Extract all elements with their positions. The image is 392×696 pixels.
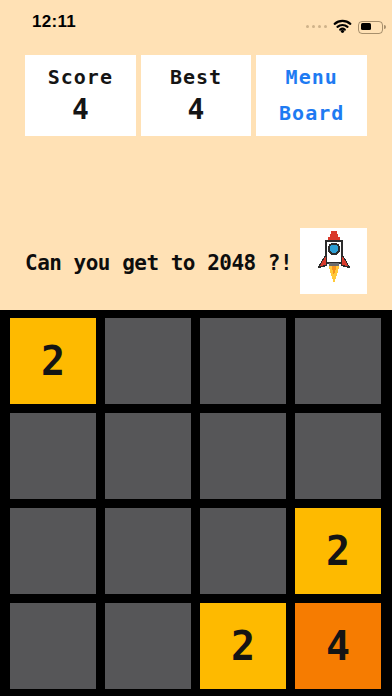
empty-cell xyxy=(10,413,96,499)
empty-cell xyxy=(200,318,286,404)
empty-cell xyxy=(295,318,381,404)
empty-cell xyxy=(200,508,286,594)
empty-cell xyxy=(200,413,286,499)
menu-button[interactable]: Menu xyxy=(286,65,338,89)
score-label: Score xyxy=(48,65,113,89)
rocket-box xyxy=(300,228,367,294)
game-board[interactable]: 2224 xyxy=(0,310,392,696)
status-time: 12:11 xyxy=(32,12,76,32)
empty-cell xyxy=(10,603,96,689)
tile-4: 4 xyxy=(295,603,381,689)
tile-2: 2 xyxy=(295,508,381,594)
score-value: 4 xyxy=(72,93,89,126)
tagline-text: Can you get to 2048 ?! xyxy=(25,251,292,275)
wifi-icon xyxy=(333,18,352,37)
menu-board-card: Menu Board xyxy=(256,55,367,136)
tile-2: 2 xyxy=(10,318,96,404)
best-value: 4 xyxy=(188,93,205,126)
empty-cell xyxy=(105,603,191,689)
empty-cell xyxy=(295,413,381,499)
empty-cell xyxy=(105,508,191,594)
empty-cell xyxy=(10,508,96,594)
board-grid: 2224 xyxy=(0,310,392,696)
empty-cell xyxy=(105,318,191,404)
app-screen: 12:11 Score 4 Best 4 xyxy=(0,0,392,696)
cellular-dots-icon xyxy=(306,25,327,29)
empty-cell xyxy=(105,413,191,499)
best-card: Best 4 xyxy=(141,55,252,136)
tile-2: 2 xyxy=(200,603,286,689)
best-label: Best xyxy=(170,65,222,89)
rocket-icon xyxy=(313,231,355,291)
board-button[interactable]: Board xyxy=(279,101,344,125)
status-bar: 12:11 xyxy=(0,0,392,44)
scoreboard: Score 4 Best 4 Menu Board xyxy=(25,55,367,136)
battery-icon xyxy=(358,21,383,34)
status-icons xyxy=(306,20,383,34)
score-card: Score 4 xyxy=(25,55,136,136)
